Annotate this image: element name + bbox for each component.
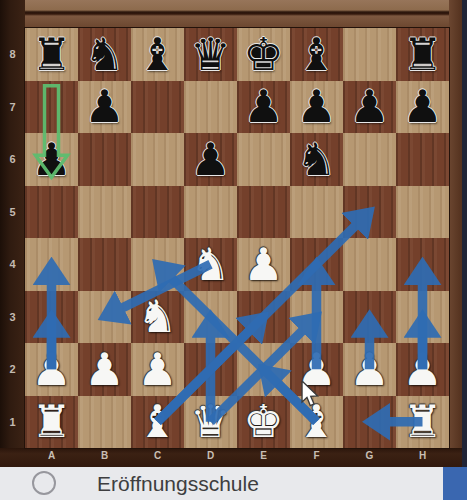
square-h6[interactable]: [396, 133, 449, 186]
square-a1[interactable]: ♜: [25, 396, 78, 449]
piece-white-king-e1[interactable]: ♚: [243, 399, 283, 444]
board-frame-top: [0, 0, 467, 28]
square-h8[interactable]: ♜: [396, 28, 449, 81]
square-e8[interactable]: ♚: [237, 28, 290, 81]
window-edge-strip: [462, 0, 467, 467]
piece-black-bishop-f8[interactable]: ♝: [296, 32, 336, 77]
rank-label-2: 2: [0, 363, 25, 375]
piece-white-pawn-g2[interactable]: ♟: [349, 347, 389, 392]
square-c8[interactable]: ♝: [131, 28, 184, 81]
square-d8[interactable]: ♛: [184, 28, 237, 81]
piece-white-rook-h1[interactable]: ♜: [402, 399, 442, 444]
piece-white-knight-c3[interactable]: ♞: [137, 294, 177, 339]
square-e2[interactable]: [237, 343, 290, 396]
piece-black-pawn-g7[interactable]: ♟: [349, 84, 389, 129]
piece-white-knight-d4[interactable]: ♞: [190, 242, 230, 287]
piece-black-pawn-h7[interactable]: ♟: [402, 84, 442, 129]
piece-white-pawn-f2[interactable]: ♟: [296, 347, 336, 392]
square-b7[interactable]: ♟: [78, 81, 131, 134]
square-c4[interactable]: [131, 238, 184, 291]
board-frame-left: [0, 0, 25, 467]
piece-black-knight-b8[interactable]: ♞: [84, 32, 124, 77]
rank-label-1: 1: [0, 416, 25, 428]
board-grid: ♜♞♝♛♚♝♜♟♟♟♟♟♟♟♞♞♟♞♟♟♟♟♟♟♜♝♛♚♝♜: [25, 28, 449, 448]
square-e3[interactable]: [237, 291, 290, 344]
piece-black-knight-f6[interactable]: ♞: [296, 137, 336, 182]
square-d3[interactable]: [184, 291, 237, 344]
rank-label-5: 5: [0, 206, 25, 218]
piece-black-rook-h8[interactable]: ♜: [402, 32, 442, 77]
square-d2[interactable]: [184, 343, 237, 396]
square-b8[interactable]: ♞: [78, 28, 131, 81]
square-e1[interactable]: ♚: [237, 396, 290, 449]
rank-label-4: 4: [0, 258, 25, 270]
square-h3[interactable]: [396, 291, 449, 344]
square-b6[interactable]: [78, 133, 131, 186]
square-h5[interactable]: [396, 186, 449, 239]
rank-label-8: 8: [0, 48, 25, 60]
piece-white-bishop-f1[interactable]: ♝: [296, 399, 336, 444]
square-e4[interactable]: ♟: [237, 238, 290, 291]
square-g7[interactable]: ♟: [343, 81, 396, 134]
chess-board: ♜♞♝♛♚♝♜♟♟♟♟♟♟♟♞♞♟♞♟♟♟♟♟♟♜♝♛♚♝♜ 87654321 …: [0, 0, 467, 467]
square-a8[interactable]: ♜: [25, 28, 78, 81]
square-b2[interactable]: ♟: [78, 343, 131, 396]
square-h7[interactable]: ♟: [396, 81, 449, 134]
file-label-h: H: [396, 450, 449, 461]
square-d4[interactable]: ♞: [184, 238, 237, 291]
piece-white-rook-a1[interactable]: ♜: [31, 399, 71, 444]
square-d5[interactable]: [184, 186, 237, 239]
square-c6[interactable]: [131, 133, 184, 186]
square-a3[interactable]: [25, 291, 78, 344]
square-c7[interactable]: [131, 81, 184, 134]
square-d1[interactable]: ♛: [184, 396, 237, 449]
square-a5[interactable]: [25, 186, 78, 239]
square-g6[interactable]: [343, 133, 396, 186]
square-d6[interactable]: ♟: [184, 133, 237, 186]
square-e7[interactable]: ♟: [237, 81, 290, 134]
file-label-b: B: [78, 450, 131, 461]
file-label-a: A: [25, 450, 78, 461]
square-b4[interactable]: [78, 238, 131, 291]
square-c3[interactable]: ♞: [131, 291, 184, 344]
square-g5[interactable]: [343, 186, 396, 239]
square-f2[interactable]: ♟: [290, 343, 343, 396]
piece-black-queen-d8[interactable]: ♛: [190, 32, 230, 77]
file-label-g: G: [343, 450, 396, 461]
square-g3[interactable]: [343, 291, 396, 344]
square-a7[interactable]: [25, 81, 78, 134]
square-b3[interactable]: [78, 291, 131, 344]
square-h2[interactable]: ♟: [396, 343, 449, 396]
file-label-d: D: [184, 450, 237, 461]
square-g2[interactable]: ♟: [343, 343, 396, 396]
file-label-e: E: [237, 450, 290, 461]
square-f1[interactable]: ♝: [290, 396, 343, 449]
piece-black-bishop-c8[interactable]: ♝: [137, 32, 177, 77]
piece-black-pawn-d6[interactable]: ♟: [190, 137, 230, 182]
square-c1[interactable]: ♝: [131, 396, 184, 449]
rank-label-6: 6: [0, 153, 25, 165]
square-d7[interactable]: [184, 81, 237, 134]
square-a2[interactable]: ♟: [25, 343, 78, 396]
accent-square: [443, 467, 467, 500]
piece-white-pawn-a2[interactable]: ♟: [31, 347, 71, 392]
lesson-bar: Eröffnungsschule: [0, 467, 467, 500]
square-e5[interactable]: [237, 186, 290, 239]
square-f3[interactable]: [290, 291, 343, 344]
square-b5[interactable]: [78, 186, 131, 239]
square-b1[interactable]: [78, 396, 131, 449]
piece-white-pawn-c2[interactable]: ♟: [137, 347, 177, 392]
board-frame-right: [449, 0, 462, 467]
square-f5[interactable]: [290, 186, 343, 239]
piece-black-pawn-b7[interactable]: ♟: [84, 84, 124, 129]
piece-black-king-e8[interactable]: ♚: [243, 32, 283, 77]
rank-label-3: 3: [0, 311, 25, 323]
square-g1[interactable]: [343, 396, 396, 449]
piece-white-pawn-b2[interactable]: ♟: [84, 347, 124, 392]
piece-white-pawn-h2[interactable]: ♟: [402, 347, 442, 392]
app-window: ♜♞♝♛♚♝♜♟♟♟♟♟♟♟♞♞♟♞♟♟♟♟♟♟♜♝♛♚♝♜ 87654321 …: [0, 0, 467, 500]
square-a6[interactable]: ♟: [25, 133, 78, 186]
file-label-f: F: [290, 450, 343, 461]
square-c2[interactable]: ♟: [131, 343, 184, 396]
square-f6[interactable]: ♞: [290, 133, 343, 186]
square-f4[interactable]: [290, 238, 343, 291]
piece-black-pawn-a6[interactable]: ♟: [31, 137, 71, 182]
piece-white-pawn-e4[interactable]: ♟: [243, 242, 283, 287]
square-c5[interactable]: [131, 186, 184, 239]
square-f8[interactable]: ♝: [290, 28, 343, 81]
square-h4[interactable]: [396, 238, 449, 291]
square-f7[interactable]: ♟: [290, 81, 343, 134]
lesson-title: Eröffnungsschule: [97, 467, 259, 500]
square-g4[interactable]: [343, 238, 396, 291]
square-g8[interactable]: [343, 28, 396, 81]
piece-white-queen-d1[interactable]: ♛: [190, 399, 230, 444]
lesson-progress-circle[interactable]: [32, 471, 56, 495]
square-a4[interactable]: [25, 238, 78, 291]
piece-white-bishop-c1[interactable]: ♝: [137, 399, 177, 444]
piece-black-rook-a8[interactable]: ♜: [31, 32, 71, 77]
rank-label-7: 7: [0, 101, 25, 113]
square-e6[interactable]: [237, 133, 290, 186]
square-h1[interactable]: ♜: [396, 396, 449, 449]
file-label-c: C: [131, 450, 184, 461]
piece-black-pawn-e7[interactable]: ♟: [243, 84, 283, 129]
piece-black-pawn-f7[interactable]: ♟: [296, 84, 336, 129]
